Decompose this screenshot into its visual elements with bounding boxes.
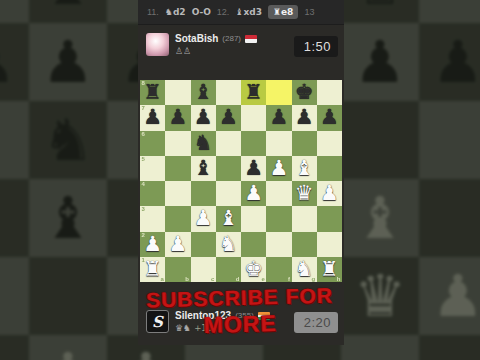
square-h5[interactable] (317, 156, 342, 181)
square-f4[interactable] (266, 181, 291, 206)
black-pawn-a7[interactable]: ♟ (143, 107, 162, 128)
rank-label-3: 3 (142, 206, 145, 212)
square-a4[interactable]: 4 (140, 181, 165, 206)
rank-label-2: 2 (142, 232, 145, 238)
rank-label-6: 6 (142, 131, 145, 137)
bottom-player-clock: 2:20 (294, 312, 338, 333)
rank-label-5: 5 (142, 156, 145, 162)
square-b8[interactable] (165, 80, 190, 105)
white-rook-a1[interactable]: ♜ (143, 259, 162, 280)
top-player-clock: 1:50 (294, 36, 338, 57)
file-label-e: e (261, 276, 264, 282)
player-bar-top[interactable]: SotaBish (287) ♙♙ 1:50 (138, 25, 344, 80)
square-f7[interactable]: ♟ (266, 105, 291, 130)
square-c5[interactable]: ♝ (191, 156, 216, 181)
square-d5[interactable] (216, 156, 241, 181)
square-b4[interactable] (165, 181, 190, 206)
square-f3[interactable] (266, 206, 291, 231)
move-item[interactable]: ♝xd3 (235, 7, 262, 17)
indonesia-flag-icon (245, 35, 257, 43)
square-b6[interactable] (165, 131, 190, 156)
square-e3[interactable] (241, 206, 266, 231)
white-pawn-b2[interactable]: ♟ (168, 234, 187, 255)
bottom-player-rating: (355) (235, 311, 254, 320)
black-knight-c6[interactable]: ♞ (194, 133, 213, 154)
square-e6[interactable] (241, 131, 266, 156)
white-king-e1[interactable]: ♚ (244, 259, 263, 280)
black-bishop-c8[interactable]: ♝ (194, 82, 213, 103)
white-knight-d2[interactable]: ♞ (219, 234, 238, 255)
white-bishop-d3[interactable]: ♝ (219, 208, 238, 229)
move-list-bar: 11.♞d2O-O12.♝xd3♜e813 (138, 0, 344, 25)
white-pawn-e4[interactable]: ♟ (244, 183, 263, 204)
chess-app-screen: 11.♞d2O-O12.♝xd3♜e813 SotaBish (287) ♙♙ … (138, 0, 344, 345)
rank-label-1: 1 (142, 257, 145, 263)
file-label-a: a (160, 276, 163, 282)
top-captured-pieces: ♙♙ (175, 46, 191, 56)
black-pawn-e5[interactable]: ♟ (244, 158, 263, 179)
move-item[interactable]: ♞d2 (165, 7, 186, 17)
square-g2[interactable] (292, 232, 317, 257)
white-queen-g4[interactable]: ♛ (295, 183, 314, 204)
square-b5[interactable] (165, 156, 190, 181)
square-e7[interactable] (241, 105, 266, 130)
square-h6[interactable] (317, 131, 342, 156)
square-d2[interactable]: ♞ (216, 232, 241, 257)
white-pawn-f5[interactable]: ♟ (269, 158, 288, 179)
square-d6[interactable] (216, 131, 241, 156)
video-frame: ♜♝♜♚♟♟♟♟♟♟♟♞♝♟♟♝♟♛♟♟♝♟♟♞♜♚♞♜ 11.♞d2O-O12… (0, 0, 480, 360)
square-g1[interactable]: g♞ (292, 257, 317, 282)
square-c1[interactable]: c (191, 257, 216, 282)
square-h3[interactable] (317, 206, 342, 231)
square-h2[interactable] (317, 232, 342, 257)
rank-label-4: 4 (142, 181, 145, 187)
square-g5[interactable]: ♝ (292, 156, 317, 181)
file-label-f: f (288, 276, 290, 282)
square-h4[interactable]: ♟ (317, 181, 342, 206)
rank-label-8: 8 (142, 80, 145, 86)
square-g3[interactable] (292, 206, 317, 231)
india-flag-icon (258, 312, 270, 320)
square-e8[interactable]: ♜ (241, 80, 266, 105)
square-f2[interactable] (266, 232, 291, 257)
square-c2[interactable] (191, 232, 216, 257)
square-h7[interactable]: ♟ (317, 105, 342, 130)
material-advantage: +10 (194, 323, 212, 333)
player-bar-bottom[interactable]: S Silentop123 (355) ♛♞ +10 2:20 (138, 283, 344, 345)
move-item[interactable]: ♜e8 (268, 5, 298, 19)
square-g8[interactable]: ♚ (292, 80, 317, 105)
black-king-g8[interactable]: ♚ (295, 82, 314, 103)
square-h8[interactable] (317, 80, 342, 105)
white-pawn-c3[interactable]: ♟ (194, 208, 213, 229)
file-label-b: b (185, 276, 189, 282)
square-c8[interactable]: ♝ (191, 80, 216, 105)
square-e4[interactable]: ♟ (241, 181, 266, 206)
square-a2[interactable]: 2♟ (140, 232, 165, 257)
square-f6[interactable] (266, 131, 291, 156)
file-label-h: h (337, 276, 341, 282)
square-d4[interactable] (216, 181, 241, 206)
black-bishop-c5[interactable]: ♝ (194, 158, 213, 179)
black-rook-a8[interactable]: ♜ (143, 82, 162, 103)
bottom-captured-pieces: ♛♞ (175, 323, 191, 333)
black-rook-e8[interactable]: ♜ (244, 82, 263, 103)
square-g4[interactable]: ♛ (292, 181, 317, 206)
square-a6[interactable]: 6 (140, 131, 165, 156)
black-pawn-g7[interactable]: ♟ (295, 107, 314, 128)
square-d8[interactable] (216, 80, 241, 105)
square-d3[interactable]: ♝ (216, 206, 241, 231)
bottom-player-name[interactable]: Silentop123 (175, 310, 231, 321)
black-pawn-b7[interactable]: ♟ (168, 107, 187, 128)
square-g7[interactable]: ♟ (292, 105, 317, 130)
file-label-c: c (211, 276, 214, 282)
square-f1[interactable]: f (266, 257, 291, 282)
black-pawn-f7[interactable]: ♟ (269, 107, 288, 128)
black-pawn-d7[interactable]: ♟ (219, 107, 238, 128)
square-e1[interactable]: e♚ (241, 257, 266, 282)
square-d7[interactable]: ♟ (216, 105, 241, 130)
square-b1[interactable]: b (165, 257, 190, 282)
top-player-rating: (287) (222, 34, 241, 43)
move-item[interactable]: O-O (192, 7, 211, 17)
rank-label-7: 7 (142, 105, 145, 111)
square-b2[interactable]: ♟ (165, 232, 190, 257)
square-c7[interactable]: ♟ (191, 105, 216, 130)
square-c3[interactable]: ♟ (191, 206, 216, 231)
move-number: 13 (304, 7, 314, 17)
square-d1[interactable]: d (216, 257, 241, 282)
white-pawn-h4[interactable]: ♟ (320, 183, 339, 204)
square-a1[interactable]: 1a♜ (140, 257, 165, 282)
square-a5[interactable]: 5 (140, 156, 165, 181)
square-b7[interactable]: ♟ (165, 105, 190, 130)
square-a3[interactable]: 3 (140, 206, 165, 231)
chess-board[interactable]: 8♜♝♜♚7♟♟♟♟♟♟♟6♞5♝♟♟♝4♟♛♟3♟♝2♟♟♞1a♜bcde♚f… (140, 80, 342, 282)
square-b3[interactable] (165, 206, 190, 231)
avatar-top-player[interactable] (146, 33, 169, 56)
square-c4[interactable] (191, 181, 216, 206)
white-bishop-g5[interactable]: ♝ (295, 158, 314, 179)
avatar-bottom-player[interactable]: S (146, 310, 169, 333)
black-pawn-h7[interactable]: ♟ (320, 107, 339, 128)
square-a7[interactable]: 7♟ (140, 105, 165, 130)
square-f5[interactable]: ♟ (266, 156, 291, 181)
move-number: 12. (217, 7, 230, 17)
square-h1[interactable]: h♜ (317, 257, 342, 282)
square-a8[interactable]: 8♜ (140, 80, 165, 105)
file-label-d: d (236, 276, 240, 282)
top-player-name[interactable]: SotaBish (175, 33, 218, 44)
file-label-g: g (312, 276, 316, 282)
white-pawn-a2[interactable]: ♟ (143, 234, 162, 255)
square-e2[interactable] (241, 232, 266, 257)
move-number: 11. (147, 7, 159, 17)
square-f8[interactable] (266, 80, 291, 105)
black-pawn-c7[interactable]: ♟ (194, 107, 213, 128)
square-e5[interactable]: ♟ (241, 156, 266, 181)
square-c6[interactable]: ♞ (191, 131, 216, 156)
square-g6[interactable] (292, 131, 317, 156)
